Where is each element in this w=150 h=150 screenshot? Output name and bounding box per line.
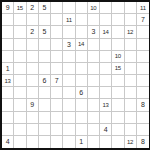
cell-r9c11[interactable] <box>125 99 137 111</box>
cell-r4c12[interactable] <box>137 39 149 51</box>
cell-r1c12-clue: 11 <box>137 2 149 14</box>
cell-r8c8[interactable] <box>88 87 100 99</box>
cell-r8c9[interactable] <box>100 87 112 99</box>
cell-r2c3[interactable] <box>27 14 39 26</box>
cell-r4c8[interactable] <box>88 39 100 51</box>
cell-r3c1[interactable] <box>2 26 14 38</box>
cell-r12c5[interactable] <box>51 136 63 148</box>
cell-r7c8[interactable] <box>88 75 100 87</box>
cell-r3c3-clue: 2 <box>27 26 39 38</box>
clue-number: 9 <box>6 4 10 11</box>
cell-r6c10-clue: 15 <box>112 63 124 75</box>
cell-r7c4-clue: 6 <box>39 75 51 87</box>
clue-number: 8 <box>141 138 145 145</box>
cell-r3c2[interactable] <box>14 26 26 38</box>
cell-r1c8-clue: 10 <box>88 2 100 14</box>
clue-number: 10 <box>115 53 121 59</box>
cell-r3c6[interactable] <box>63 26 75 38</box>
cell-r11c4[interactable] <box>39 124 51 136</box>
cell-r7c11[interactable] <box>125 75 137 87</box>
cell-r6c2[interactable] <box>14 63 26 75</box>
cell-r8c10[interactable] <box>112 87 124 99</box>
clue-number: 2 <box>30 4 34 11</box>
cell-r10c9[interactable] <box>100 112 112 124</box>
cell-r6c9[interactable] <box>100 63 112 75</box>
cell-r4c1[interactable] <box>2 39 14 51</box>
clue-number: 11 <box>140 5 146 11</box>
cell-r6c5[interactable] <box>51 63 63 75</box>
cell-r4c3[interactable] <box>27 39 39 51</box>
cell-r10c1[interactable] <box>2 112 14 124</box>
cell-r6c7[interactable] <box>76 63 88 75</box>
cell-r4c11[interactable] <box>125 39 137 51</box>
cell-r3c4-clue: 5 <box>39 26 51 38</box>
cell-r6c1-clue: 1 <box>2 63 14 75</box>
cell-r11c12[interactable] <box>137 124 149 136</box>
cell-r7c12[interactable] <box>137 75 149 87</box>
cell-r6c11[interactable] <box>125 63 137 75</box>
cell-r2c10[interactable] <box>112 14 124 26</box>
cell-r12c6[interactable] <box>63 136 75 148</box>
cell-r1c6[interactable] <box>63 2 75 14</box>
cell-r6c12[interactable] <box>137 63 149 75</box>
cell-r11c1[interactable] <box>2 124 14 136</box>
cell-r10c6[interactable] <box>63 112 75 124</box>
cell-r6c8[interactable] <box>88 63 100 75</box>
cell-r8c12[interactable] <box>137 87 149 99</box>
cell-r4c5[interactable] <box>51 39 63 51</box>
cell-r12c12-clue: 8 <box>137 136 149 148</box>
cell-r3c11-clue: 12 <box>125 26 137 38</box>
cell-r12c9[interactable] <box>100 136 112 148</box>
clue-number: 3 <box>91 28 95 35</box>
clue-number: 9 <box>30 101 34 108</box>
cell-r9c12-clue: 8 <box>137 99 149 111</box>
puzzle-board: 9152510111172531412314101151367691384411… <box>0 0 150 150</box>
cell-r7c9[interactable] <box>100 75 112 87</box>
clue-number: 12 <box>127 139 133 145</box>
cell-r5c5[interactable] <box>51 51 63 63</box>
cell-r1c4-clue: 5 <box>39 2 51 14</box>
clue-number: 14 <box>78 41 84 47</box>
cell-r7c3[interactable] <box>27 75 39 87</box>
clue-number: 13 <box>5 78 11 84</box>
cell-r5c4[interactable] <box>39 51 51 63</box>
cell-r5c7[interactable] <box>76 51 88 63</box>
cell-r12c1-clue: 4 <box>2 136 14 148</box>
cell-r5c6[interactable] <box>63 51 75 63</box>
cell-r9c2[interactable] <box>14 99 26 111</box>
cell-r7c7[interactable] <box>76 75 88 87</box>
clue-number: 8 <box>141 101 145 108</box>
cell-r1c11[interactable] <box>125 2 137 14</box>
cell-r8c6[interactable] <box>63 87 75 99</box>
cell-r4c2[interactable] <box>14 39 26 51</box>
cell-r5c11[interactable] <box>125 51 137 63</box>
cell-r9c8[interactable] <box>88 99 100 111</box>
cell-r5c8[interactable] <box>88 51 100 63</box>
cell-r1c5[interactable] <box>51 2 63 14</box>
cell-r8c3[interactable] <box>27 87 39 99</box>
cell-r1c1-clue: 9 <box>2 2 14 14</box>
clue-number: 4 <box>104 126 108 133</box>
cell-r3c9-clue: 14 <box>100 26 112 38</box>
cell-r9c4[interactable] <box>39 99 51 111</box>
cell-r10c8[interactable] <box>88 112 100 124</box>
cell-r9c5[interactable] <box>51 99 63 111</box>
cell-r7c5-clue: 7 <box>51 75 63 87</box>
clue-number: 7 <box>141 16 145 23</box>
clue-number: 5 <box>42 28 46 35</box>
cell-r11c10[interactable] <box>112 124 124 136</box>
cell-r2c11[interactable] <box>125 14 137 26</box>
cell-r10c12[interactable] <box>137 112 149 124</box>
cell-r11c6[interactable] <box>63 124 75 136</box>
cell-r9c6[interactable] <box>63 99 75 111</box>
clue-number: 11 <box>66 17 72 23</box>
clue-number: 15 <box>17 5 23 11</box>
cell-r2c7[interactable] <box>76 14 88 26</box>
cell-r6c4[interactable] <box>39 63 51 75</box>
clue-number: 6 <box>79 89 83 96</box>
cell-r2c12-clue: 7 <box>137 14 149 26</box>
cell-r12c8[interactable] <box>88 136 100 148</box>
cell-r4c7-clue: 14 <box>76 39 88 51</box>
cell-r2c1[interactable] <box>2 14 14 26</box>
cell-r6c6[interactable] <box>63 63 75 75</box>
cell-r7c1-clue: 13 <box>2 75 14 87</box>
cell-r1c10[interactable] <box>112 2 124 14</box>
cell-r12c10[interactable] <box>112 136 124 148</box>
cell-r9c9-clue: 13 <box>100 99 112 111</box>
cell-r8c11[interactable] <box>125 87 137 99</box>
clue-number: 15 <box>115 65 121 71</box>
cell-r3c8-clue: 3 <box>88 26 100 38</box>
clue-number: 10 <box>90 5 96 11</box>
cell-r10c11[interactable] <box>125 112 137 124</box>
cell-r8c2[interactable] <box>14 87 26 99</box>
clue-number: 1 <box>6 65 10 72</box>
cell-r6c3[interactable] <box>27 63 39 75</box>
cell-r3c10[interactable] <box>112 26 124 38</box>
cell-r1c2-clue: 15 <box>14 2 26 14</box>
cell-r11c9-clue: 4 <box>100 124 112 136</box>
cell-r9c10[interactable] <box>112 99 124 111</box>
clue-number: 2 <box>30 28 34 35</box>
cell-r10c3[interactable] <box>27 112 39 124</box>
clue-number: 1 <box>79 138 83 145</box>
cell-r2c6-clue: 11 <box>63 14 75 26</box>
cell-r11c7[interactable] <box>76 124 88 136</box>
cell-r8c4[interactable] <box>39 87 51 99</box>
cell-r1c3-clue: 2 <box>27 2 39 14</box>
cell-r1c7[interactable] <box>76 2 88 14</box>
cell-r11c8[interactable] <box>88 124 100 136</box>
cell-r2c8[interactable] <box>88 14 100 26</box>
cell-r11c2[interactable] <box>14 124 26 136</box>
cell-r2c9[interactable] <box>100 14 112 26</box>
cell-r12c3[interactable] <box>27 136 39 148</box>
cell-r7c10[interactable] <box>112 75 124 87</box>
cell-r2c5[interactable] <box>51 14 63 26</box>
cell-r4c6-clue: 3 <box>63 39 75 51</box>
clue-number: 3 <box>67 41 71 48</box>
cell-r7c6[interactable] <box>63 75 75 87</box>
cell-r10c10[interactable] <box>112 112 124 124</box>
cell-r10c5[interactable] <box>51 112 63 124</box>
cell-r4c9[interactable] <box>100 39 112 51</box>
cell-r12c4[interactable] <box>39 136 51 148</box>
clue-number: 6 <box>42 77 46 84</box>
cell-r3c5[interactable] <box>51 26 63 38</box>
cell-r8c5[interactable] <box>51 87 63 99</box>
cell-r5c2[interactable] <box>14 51 26 63</box>
cell-r4c10[interactable] <box>112 39 124 51</box>
cell-r2c4[interactable] <box>39 14 51 26</box>
cell-r10c2[interactable] <box>14 112 26 124</box>
cell-r10c7[interactable] <box>76 112 88 124</box>
cell-r5c1[interactable] <box>2 51 14 63</box>
cell-r9c3-clue: 9 <box>27 99 39 111</box>
clue-number: 14 <box>103 29 109 35</box>
cell-r8c7-clue: 6 <box>76 87 88 99</box>
cell-r5c9[interactable] <box>100 51 112 63</box>
cell-r9c1[interactable] <box>2 99 14 111</box>
clue-number: 13 <box>103 102 109 108</box>
cell-r5c10-clue: 10 <box>112 51 124 63</box>
cell-r8c1[interactable] <box>2 87 14 99</box>
cell-r11c11[interactable] <box>125 124 137 136</box>
clue-number: 5 <box>42 4 46 11</box>
clue-number: 4 <box>6 138 10 145</box>
cell-r10c4[interactable] <box>39 112 51 124</box>
clue-number: 7 <box>55 77 59 84</box>
cell-r12c11-clue: 12 <box>125 136 137 148</box>
clue-number: 12 <box>127 29 133 35</box>
cell-r5c3[interactable] <box>27 51 39 63</box>
cell-r3c12[interactable] <box>137 26 149 38</box>
cell-r11c5[interactable] <box>51 124 63 136</box>
cell-r12c7-clue: 1 <box>76 136 88 148</box>
cell-r12c2[interactable] <box>14 136 26 148</box>
cell-r7c2[interactable] <box>14 75 26 87</box>
cell-r4c4[interactable] <box>39 39 51 51</box>
cell-r11c3[interactable] <box>27 124 39 136</box>
cell-r3c7[interactable] <box>76 26 88 38</box>
cell-r1c9[interactable] <box>100 2 112 14</box>
cell-r5c12[interactable] <box>137 51 149 63</box>
cell-r9c7[interactable] <box>76 99 88 111</box>
cell-r2c2[interactable] <box>14 14 26 26</box>
